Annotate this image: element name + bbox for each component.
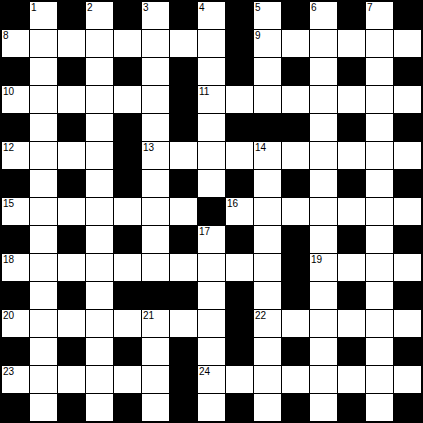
- cell-14-7[interactable]: [198, 394, 225, 421]
- cell-4-3[interactable]: [86, 114, 113, 141]
- cell-1-13[interactable]: [366, 30, 393, 57]
- cell-6-5[interactable]: [142, 170, 169, 197]
- blocked-cell-6-6: [170, 170, 197, 197]
- cell-4-7[interactable]: [198, 114, 225, 141]
- cell-1-0[interactable]: 8: [2, 30, 29, 57]
- cell-7-9[interactable]: [254, 198, 281, 225]
- blocked-cell-12-2: [58, 338, 85, 365]
- blocked-cell-0-12: [338, 2, 365, 29]
- blocked-cell-2-12: [338, 58, 365, 85]
- cell-3-1[interactable]: [30, 86, 57, 113]
- cell-1-7[interactable]: [198, 30, 225, 57]
- cell-3-11[interactable]: [310, 86, 337, 113]
- cell-9-3[interactable]: [86, 254, 113, 281]
- clue-number-10: 10: [3, 87, 14, 97]
- blocked-cell-0-6: [170, 2, 197, 29]
- cell-10-13[interactable]: [366, 282, 393, 309]
- cell-11-13[interactable]: [366, 310, 393, 337]
- cell-8-9[interactable]: [254, 226, 281, 253]
- blocked-cell-4-12: [338, 114, 365, 141]
- cell-12-1[interactable]: [30, 338, 57, 365]
- cell-5-6[interactable]: [170, 142, 197, 169]
- cell-5-14[interactable]: [394, 142, 421, 169]
- clue-number-12: 12: [3, 143, 14, 153]
- blocked-cell-12-4: [114, 338, 141, 365]
- cell-9-9[interactable]: [254, 254, 281, 281]
- cell-14-3[interactable]: [86, 394, 113, 421]
- blocked-cell-10-8: [226, 282, 253, 309]
- cell-3-5[interactable]: [142, 86, 169, 113]
- blocked-cell-4-14: [394, 114, 421, 141]
- cell-14-11[interactable]: [310, 394, 337, 421]
- cell-9-14[interactable]: [394, 254, 421, 281]
- cell-3-2[interactable]: [58, 86, 85, 113]
- blocked-cell-2-4: [114, 58, 141, 85]
- cell-11-12[interactable]: [338, 310, 365, 337]
- blocked-cell-12-10: [282, 338, 309, 365]
- cell-9-7[interactable]: [198, 254, 225, 281]
- blocked-cell-14-6: [170, 394, 197, 421]
- cell-12-9[interactable]: [254, 338, 281, 365]
- blocked-cell-0-14: [394, 2, 421, 29]
- cell-13-7[interactable]: 24: [198, 366, 225, 393]
- clue-number-16: 16: [227, 199, 238, 209]
- cell-9-4[interactable]: [114, 254, 141, 281]
- cell-5-7[interactable]: [198, 142, 225, 169]
- cell-2-5[interactable]: [142, 58, 169, 85]
- clue-number-6: 6: [311, 3, 317, 13]
- blocked-cell-14-8: [226, 394, 253, 421]
- cell-3-4[interactable]: [114, 86, 141, 113]
- cell-2-13[interactable]: [366, 58, 393, 85]
- cell-13-0[interactable]: 23: [2, 366, 29, 393]
- blocked-cell-8-10: [282, 226, 309, 253]
- blocked-cell-9-10: [282, 254, 309, 281]
- cell-9-11[interactable]: 19: [310, 254, 337, 281]
- blocked-cell-0-8: [226, 2, 253, 29]
- cell-8-1[interactable]: [30, 226, 57, 253]
- blocked-cell-5-4: [114, 142, 141, 169]
- blocked-cell-10-4: [114, 282, 141, 309]
- blocked-cell-14-14: [394, 394, 421, 421]
- cell-13-12[interactable]: [338, 366, 365, 393]
- clue-number-4: 4: [199, 3, 205, 13]
- clue-number-2: 2: [87, 3, 93, 13]
- cell-11-6[interactable]: [170, 310, 197, 337]
- cell-9-6[interactable]: [170, 254, 197, 281]
- cell-9-5[interactable]: [142, 254, 169, 281]
- cell-13-11[interactable]: [310, 366, 337, 393]
- cell-3-12[interactable]: [338, 86, 365, 113]
- blocked-cell-10-0: [2, 282, 29, 309]
- cell-1-3[interactable]: [86, 30, 113, 57]
- clue-number-9: 9: [255, 31, 261, 41]
- cell-12-5[interactable]: [142, 338, 169, 365]
- clue-number-21: 21: [143, 311, 154, 321]
- cell-11-1[interactable]: [30, 310, 57, 337]
- cell-13-8[interactable]: [226, 366, 253, 393]
- clue-number-18: 18: [3, 255, 14, 265]
- blocked-cell-8-2: [58, 226, 85, 253]
- cell-5-5[interactable]: 13: [142, 142, 169, 169]
- cell-2-11[interactable]: [310, 58, 337, 85]
- cell-9-2[interactable]: [58, 254, 85, 281]
- cell-12-11[interactable]: [310, 338, 337, 365]
- blocked-cell-10-12: [338, 282, 365, 309]
- blocked-cell-6-0: [2, 170, 29, 197]
- blocked-cell-8-12: [338, 226, 365, 253]
- blocked-cell-6-10: [282, 170, 309, 197]
- cell-13-9[interactable]: [254, 366, 281, 393]
- clue-number-23: 23: [3, 367, 14, 377]
- blocked-cell-10-5: [142, 282, 169, 309]
- blocked-cell-14-12: [338, 394, 365, 421]
- cell-3-13[interactable]: [366, 86, 393, 113]
- cell-10-9[interactable]: [254, 282, 281, 309]
- cell-13-2[interactable]: [58, 366, 85, 393]
- cell-1-4[interactable]: [114, 30, 141, 57]
- cell-3-3[interactable]: [86, 86, 113, 113]
- cell-5-12[interactable]: [338, 142, 365, 169]
- cell-9-13[interactable]: [366, 254, 393, 281]
- cell-1-11[interactable]: [310, 30, 337, 57]
- cell-10-1[interactable]: [30, 282, 57, 309]
- cell-2-3[interactable]: [86, 58, 113, 85]
- blocked-cell-6-2: [58, 170, 85, 197]
- cell-7-10[interactable]: [282, 198, 309, 225]
- blocked-cell-2-10: [282, 58, 309, 85]
- blocked-cell-10-10: [282, 282, 309, 309]
- cell-5-0[interactable]: 12: [2, 142, 29, 169]
- cell-11-7[interactable]: [198, 310, 225, 337]
- cell-14-1[interactable]: [30, 394, 57, 421]
- blocked-cell-4-6: [170, 114, 197, 141]
- cell-4-11[interactable]: [310, 114, 337, 141]
- cell-2-7[interactable]: [198, 58, 225, 85]
- blocked-cell-12-8: [226, 338, 253, 365]
- cell-8-7[interactable]: 17: [198, 226, 225, 253]
- cell-13-3[interactable]: [86, 366, 113, 393]
- cell-10-7[interactable]: [198, 282, 225, 309]
- blocked-cell-6-4: [114, 170, 141, 197]
- cell-1-9[interactable]: 9: [254, 30, 281, 57]
- blocked-cell-11-8: [226, 310, 253, 337]
- clue-number-11: 11: [199, 87, 209, 97]
- blocked-cell-2-2: [58, 58, 85, 85]
- blocked-cell-1-8: [226, 30, 253, 57]
- cell-5-1[interactable]: [30, 142, 57, 169]
- blocked-cell-10-6: [170, 282, 197, 309]
- cell-0-9[interactable]: 5: [254, 2, 281, 29]
- cell-7-4[interactable]: [114, 198, 141, 225]
- cell-11-14[interactable]: [394, 310, 421, 337]
- cell-7-11[interactable]: [310, 198, 337, 225]
- blocked-cell-4-9: [254, 114, 281, 141]
- blocked-cell-12-12: [338, 338, 365, 365]
- cell-4-5[interactable]: [142, 114, 169, 141]
- cell-0-3[interactable]: 2: [86, 2, 113, 29]
- cell-6-1[interactable]: [30, 170, 57, 197]
- cell-7-0[interactable]: 15: [2, 198, 29, 225]
- cell-9-1[interactable]: [30, 254, 57, 281]
- cell-1-12[interactable]: [338, 30, 365, 57]
- blocked-cell-4-8: [226, 114, 253, 141]
- cell-1-6[interactable]: [170, 30, 197, 57]
- clue-number-13: 13: [143, 143, 154, 153]
- blocked-cell-0-10: [282, 2, 309, 29]
- cell-1-2[interactable]: [58, 30, 85, 57]
- cell-5-13[interactable]: [366, 142, 393, 169]
- clue-number-8: 8: [3, 31, 9, 41]
- cell-6-3[interactable]: [86, 170, 113, 197]
- cell-12-7[interactable]: [198, 338, 225, 365]
- cell-5-9[interactable]: 14: [254, 142, 281, 169]
- blocked-cell-0-2: [58, 2, 85, 29]
- clue-number-24: 24: [199, 367, 210, 377]
- cell-3-14[interactable]: [394, 86, 421, 113]
- blocked-cell-8-8: [226, 226, 253, 253]
- cell-7-1[interactable]: [30, 198, 57, 225]
- cell-7-3[interactable]: [86, 198, 113, 225]
- cell-8-3[interactable]: [86, 226, 113, 253]
- cell-12-3[interactable]: [86, 338, 113, 365]
- blocked-cell-4-4: [114, 114, 141, 141]
- cell-14-5[interactable]: [142, 394, 169, 421]
- cell-7-13[interactable]: [366, 198, 393, 225]
- cell-13-14[interactable]: [394, 366, 421, 393]
- cell-3-9[interactable]: [254, 86, 281, 113]
- blocked-cell-6-12: [338, 170, 365, 197]
- cell-13-1[interactable]: [30, 366, 57, 393]
- crossword-board: 123456789101112131415161718192021222324: [0, 0, 423, 423]
- blocked-cell-12-14: [394, 338, 421, 365]
- cell-13-10[interactable]: [282, 366, 309, 393]
- cell-10-3[interactable]: [86, 282, 113, 309]
- cell-11-9[interactable]: 22: [254, 310, 281, 337]
- cell-1-5[interactable]: [142, 30, 169, 57]
- cell-1-14[interactable]: [394, 30, 421, 57]
- cell-3-10[interactable]: [282, 86, 309, 113]
- blocked-cell-8-6: [170, 226, 197, 253]
- blocked-cell-14-10: [282, 394, 309, 421]
- cell-3-7[interactable]: 11: [198, 86, 225, 113]
- blocked-cell-0-0: [2, 2, 29, 29]
- blocked-cell-6-8: [226, 170, 253, 197]
- cell-2-9[interactable]: [254, 58, 281, 85]
- cell-7-5[interactable]: [142, 198, 169, 225]
- blocked-cell-8-14: [394, 226, 421, 253]
- blocked-cell-4-2: [58, 114, 85, 141]
- clue-number-5: 5: [255, 3, 261, 13]
- cell-0-7[interactable]: 4: [198, 2, 225, 29]
- cell-0-13[interactable]: 7: [366, 2, 393, 29]
- blocked-cell-13-6: [170, 366, 197, 393]
- cell-7-6[interactable]: [170, 198, 197, 225]
- blocked-cell-3-6: [170, 86, 197, 113]
- blocked-cell-2-6: [170, 58, 197, 85]
- cell-7-14[interactable]: [394, 198, 421, 225]
- blocked-cell-7-7: [198, 198, 225, 225]
- blocked-cell-0-4: [114, 2, 141, 29]
- cell-13-4[interactable]: [114, 366, 141, 393]
- cell-8-13[interactable]: [366, 226, 393, 253]
- cell-11-11[interactable]: [310, 310, 337, 337]
- cell-14-13[interactable]: [366, 394, 393, 421]
- cell-11-0[interactable]: 20: [2, 310, 29, 337]
- blocked-cell-2-0: [2, 58, 29, 85]
- cell-11-5[interactable]: 21: [142, 310, 169, 337]
- cell-11-2[interactable]: [58, 310, 85, 337]
- cell-6-11[interactable]: [310, 170, 337, 197]
- blocked-cell-12-0: [2, 338, 29, 365]
- cell-5-11[interactable]: [310, 142, 337, 169]
- clue-number-19: 19: [311, 255, 322, 265]
- cell-9-0[interactable]: 18: [2, 254, 29, 281]
- cell-9-12[interactable]: [338, 254, 365, 281]
- blocked-cell-4-0: [2, 114, 29, 141]
- cell-12-13[interactable]: [366, 338, 393, 365]
- cell-13-13[interactable]: [366, 366, 393, 393]
- cell-7-8[interactable]: 16: [226, 198, 253, 225]
- blocked-cell-6-14: [394, 170, 421, 197]
- cell-11-3[interactable]: [86, 310, 113, 337]
- cell-10-11[interactable]: [310, 282, 337, 309]
- cell-2-1[interactable]: [30, 58, 57, 85]
- clue-number-20: 20: [3, 311, 14, 321]
- cell-0-5[interactable]: 3: [142, 2, 169, 29]
- cell-6-7[interactable]: [198, 170, 225, 197]
- cell-11-10[interactable]: [282, 310, 309, 337]
- cell-1-1[interactable]: [30, 30, 57, 57]
- clue-number-14: 14: [255, 143, 266, 153]
- cell-5-2[interactable]: [58, 142, 85, 169]
- cell-7-2[interactable]: [58, 198, 85, 225]
- cell-3-0[interactable]: 10: [2, 86, 29, 113]
- blocked-cell-14-0: [2, 394, 29, 421]
- cell-5-3[interactable]: [86, 142, 113, 169]
- cell-7-12[interactable]: [338, 198, 365, 225]
- blocked-cell-14-2: [58, 394, 85, 421]
- cell-4-13[interactable]: [366, 114, 393, 141]
- clue-number-22: 22: [255, 311, 266, 321]
- blocked-cell-10-2: [58, 282, 85, 309]
- cell-13-5[interactable]: [142, 366, 169, 393]
- cell-14-9[interactable]: [254, 394, 281, 421]
- cell-4-1[interactable]: [30, 114, 57, 141]
- blocked-cell-4-10: [282, 114, 309, 141]
- cell-11-4[interactable]: [114, 310, 141, 337]
- cell-5-10[interactable]: [282, 142, 309, 169]
- blocked-cell-14-4: [114, 394, 141, 421]
- blocked-cell-8-0: [2, 226, 29, 253]
- cell-6-9[interactable]: [254, 170, 281, 197]
- clue-number-1: 1: [31, 3, 37, 13]
- clue-number-7: 7: [367, 3, 373, 13]
- clue-number-17: 17: [199, 227, 210, 237]
- cell-8-5[interactable]: [142, 226, 169, 253]
- cell-9-8[interactable]: [226, 254, 253, 281]
- blocked-cell-8-4: [114, 226, 141, 253]
- blocked-cell-12-6: [170, 338, 197, 365]
- cell-0-1[interactable]: 1: [30, 2, 57, 29]
- cell-1-10[interactable]: [282, 30, 309, 57]
- cell-3-8[interactable]: [226, 86, 253, 113]
- clue-number-15: 15: [3, 199, 14, 209]
- cell-8-11[interactable]: [310, 226, 337, 253]
- blocked-cell-10-14: [394, 282, 421, 309]
- clue-number-3: 3: [143, 3, 149, 13]
- cell-6-13[interactable]: [366, 170, 393, 197]
- blocked-cell-2-14: [394, 58, 421, 85]
- blocked-cell-2-8: [226, 58, 253, 85]
- cell-0-11[interactable]: 6: [310, 2, 337, 29]
- cell-5-8[interactable]: [226, 142, 253, 169]
